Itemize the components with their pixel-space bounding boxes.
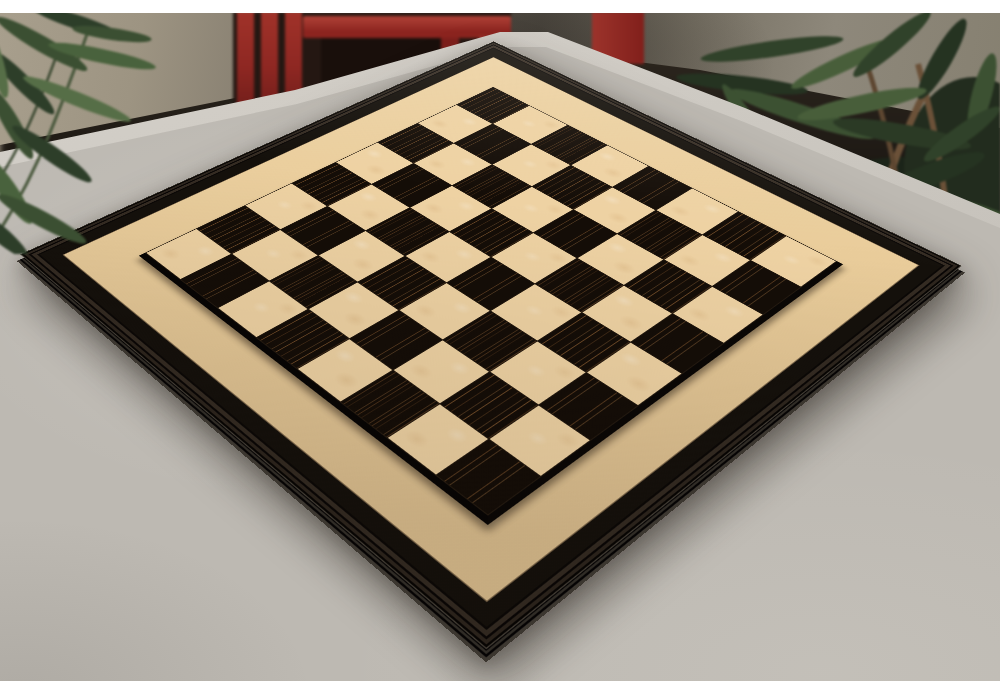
letterbox-top <box>0 0 1000 13</box>
houseplant-left <box>0 4 217 254</box>
photo-scene <box>0 0 1000 700</box>
photo-area <box>0 0 1000 700</box>
letterbox-bottom <box>0 681 1000 700</box>
